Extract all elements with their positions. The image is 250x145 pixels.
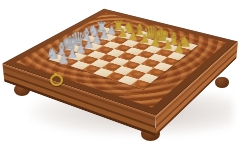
board-square xyxy=(130,79,151,89)
chess-piece-gold-pawn: ♟ xyxy=(162,39,173,51)
chess-piece-silver-pawn: ♟ xyxy=(58,53,69,66)
bun-foot-right xyxy=(215,77,229,88)
chess-piece-gold-pawn: ♟ xyxy=(151,36,162,48)
chess-board: ♜♞♝♛♚♝♞♜♟♟♟♟♟♟♟♞♟♝♟♛♟♚♟♝♟♞♟ xyxy=(48,23,197,89)
drawer-ring-pull-icon xyxy=(50,74,63,86)
chess-piece-gold-pawn: ♟ xyxy=(139,33,149,45)
board-square xyxy=(160,57,179,66)
chess-piece-gold-pawn: ♟ xyxy=(128,30,138,42)
board-square xyxy=(70,61,90,70)
chess-set-photo: ♜♞♝♛♚♝♞♜♟♟♟♟♟♟♟♞♟♝♟♛♟♚♟♝♟♞♟ xyxy=(0,0,250,145)
chess-piece-gold-pawn: ♟ xyxy=(117,27,127,38)
chess-piece-gold-pawn: ♟ xyxy=(174,42,185,54)
